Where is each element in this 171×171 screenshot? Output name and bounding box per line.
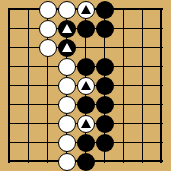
triangle-mark-icon (62, 43, 72, 52)
grid-line-vertical (8, 114, 10, 133)
intersection-e2[interactable] (76, 133, 95, 152)
intersection-g7[interactable] (114, 38, 133, 57)
white-stone (58, 58, 76, 76)
intersection-b4[interactable] (19, 95, 38, 114)
intersection-g8[interactable] (114, 19, 133, 38)
intersection-e9[interactable] (76, 0, 95, 19)
grid-line-vertical (28, 114, 29, 133)
intersection-j6[interactable] (152, 57, 171, 76)
intersection-c7[interactable] (38, 38, 57, 57)
grid-line-vertical (104, 152, 105, 163)
intersection-j1[interactable] (152, 152, 171, 171)
black-stone (77, 20, 95, 38)
intersection-c8[interactable] (38, 19, 57, 38)
grid-line-vertical (160, 133, 162, 152)
intersection-d4[interactable] (57, 95, 76, 114)
grid-line-vertical (28, 19, 29, 38)
intersection-b1[interactable] (19, 152, 38, 171)
intersection-h6[interactable] (133, 57, 152, 76)
grid-line-vertical (8, 8, 10, 19)
intersection-c3[interactable] (38, 114, 57, 133)
intersection-d1[interactable] (57, 152, 76, 171)
grid-line-vertical (8, 57, 10, 76)
white-stone (77, 1, 95, 19)
intersection-d7[interactable] (57, 38, 76, 57)
intersection-c4[interactable] (38, 95, 57, 114)
intersection-j4[interactable] (152, 95, 171, 114)
intersection-c6[interactable] (38, 57, 57, 76)
intersection-f2[interactable] (95, 133, 114, 152)
grid-line-vertical (47, 114, 48, 133)
intersection-g6[interactable] (114, 57, 133, 76)
black-stone (96, 77, 114, 95)
intersection-f1[interactable] (95, 152, 114, 171)
grid-line-vertical (123, 38, 124, 57)
intersection-b7[interactable] (19, 38, 38, 57)
intersection-j9[interactable] (152, 0, 171, 19)
grid-line-vertical (28, 76, 29, 95)
intersection-b5[interactable] (19, 76, 38, 95)
grid-line-vertical (28, 8, 29, 19)
grid-line-vertical (142, 8, 143, 19)
black-stone (96, 134, 114, 152)
grid-line-vertical (142, 152, 143, 163)
intersection-d2[interactable] (57, 133, 76, 152)
white-stone (58, 134, 76, 152)
intersection-j3[interactable] (152, 114, 171, 133)
grid-line-vertical (47, 133, 48, 152)
intersection-b3[interactable] (19, 114, 38, 133)
intersection-a7[interactable] (0, 38, 19, 57)
intersection-g5[interactable] (114, 76, 133, 95)
intersection-d9[interactable] (57, 0, 76, 19)
intersection-d6[interactable] (57, 57, 76, 76)
black-stone (77, 58, 95, 76)
white-stone (58, 77, 76, 95)
grid-line-vertical (123, 114, 124, 133)
black-stone (58, 20, 76, 38)
intersection-f9[interactable] (95, 0, 114, 19)
intersection-h8[interactable] (133, 19, 152, 38)
intersection-e4[interactable] (76, 95, 95, 114)
intersection-e7[interactable] (76, 38, 95, 57)
intersection-e6[interactable] (76, 57, 95, 76)
intersection-d5[interactable] (57, 76, 76, 95)
intersection-h3[interactable] (133, 114, 152, 133)
intersection-f4[interactable] (95, 95, 114, 114)
grid-line-vertical (8, 133, 10, 152)
grid-line-vertical (160, 38, 162, 57)
black-stone (77, 96, 95, 114)
grid-line-vertical (160, 76, 162, 95)
grid-line-vertical (8, 95, 10, 114)
intersection-j5[interactable] (152, 76, 171, 95)
intersection-f7[interactable] (95, 38, 114, 57)
intersection-b8[interactable] (19, 19, 38, 38)
grid-line-vertical (142, 38, 143, 57)
grid-line-vertical (123, 133, 124, 152)
intersection-a9[interactable] (0, 0, 19, 19)
intersection-e8[interactable] (76, 19, 95, 38)
grid-line-vertical (160, 114, 162, 133)
black-stone (77, 134, 95, 152)
intersection-h7[interactable] (133, 38, 152, 57)
intersection-a3[interactable] (0, 114, 19, 133)
grid-line-vertical (85, 38, 86, 57)
white-stone (39, 39, 57, 57)
intersection-j2[interactable] (152, 133, 171, 152)
intersection-h1[interactable] (133, 152, 152, 171)
white-stone (58, 153, 76, 171)
triangle-mark-icon (62, 24, 72, 33)
grid-line-vertical (47, 152, 48, 163)
intersection-a8[interactable] (0, 19, 19, 38)
grid-line-vertical (8, 152, 10, 163)
intersection-a2[interactable] (0, 133, 19, 152)
intersection-j7[interactable] (152, 38, 171, 57)
intersection-c5[interactable] (38, 76, 57, 95)
grid-line-vertical (47, 95, 48, 114)
grid-line-vertical (160, 152, 162, 163)
white-stone (77, 77, 95, 95)
white-stone (39, 20, 57, 38)
grid-line-vertical (123, 76, 124, 95)
grid-line-vertical (47, 57, 48, 76)
white-stone (58, 1, 76, 19)
triangle-mark-icon (81, 119, 91, 128)
intersection-f3[interactable] (95, 114, 114, 133)
black-stone (96, 115, 114, 133)
intersection-g3[interactable] (114, 114, 133, 133)
intersection-b9[interactable] (19, 0, 38, 19)
triangle-mark-icon (81, 5, 91, 14)
intersection-f8[interactable] (95, 19, 114, 38)
intersection-h2[interactable] (133, 133, 152, 152)
grid-line-vertical (142, 19, 143, 38)
intersection-a1[interactable] (0, 152, 19, 171)
grid-line-vertical (160, 95, 162, 114)
grid-line-vertical (142, 95, 143, 114)
intersection-a6[interactable] (0, 57, 19, 76)
black-stone (96, 1, 114, 19)
grid-line-vertical (123, 8, 124, 19)
intersection-c2[interactable] (38, 133, 57, 152)
grid-line-vertical (142, 57, 143, 76)
grid-line-vertical (28, 152, 29, 163)
black-stone (96, 58, 114, 76)
black-stone (96, 20, 114, 38)
go-board (0, 0, 171, 171)
intersection-g4[interactable] (114, 95, 133, 114)
grid-line-vertical (123, 19, 124, 38)
grid-line-vertical (142, 114, 143, 133)
white-stone (58, 115, 76, 133)
intersection-c1[interactable] (38, 152, 57, 171)
intersection-h9[interactable] (133, 0, 152, 19)
grid-line-vertical (28, 133, 29, 152)
grid-line-vertical (160, 8, 162, 19)
intersection-a4[interactable] (0, 95, 19, 114)
intersection-g1[interactable] (114, 152, 133, 171)
triangle-mark-icon (81, 81, 91, 90)
white-stone (77, 115, 95, 133)
grid-line-vertical (28, 38, 29, 57)
grid-line-vertical (142, 76, 143, 95)
intersection-f5[interactable] (95, 76, 114, 95)
grid-line-vertical (8, 19, 10, 38)
black-stone (77, 153, 95, 171)
black-stone (96, 96, 114, 114)
grid-line-vertical (160, 57, 162, 76)
intersection-j8[interactable] (152, 19, 171, 38)
intersection-e1[interactable] (76, 152, 95, 171)
intersection-g9[interactable] (114, 0, 133, 19)
white-stone (58, 96, 76, 114)
grid-line-vertical (123, 95, 124, 114)
intersection-d3[interactable] (57, 114, 76, 133)
intersection-b6[interactable] (19, 57, 38, 76)
grid-line-vertical (104, 38, 105, 57)
grid-line-vertical (142, 133, 143, 152)
intersection-e3[interactable] (76, 114, 95, 133)
grid-line-vertical (28, 57, 29, 76)
intersection-f6[interactable] (95, 57, 114, 76)
intersection-g2[interactable] (114, 133, 133, 152)
intersection-c9[interactable] (38, 0, 57, 19)
white-stone (39, 1, 57, 19)
grid-line-vertical (123, 152, 124, 163)
grid-line-vertical (123, 57, 124, 76)
grid-line-vertical (8, 76, 10, 95)
intersection-a5[interactable] (0, 76, 19, 95)
black-stone (58, 39, 76, 57)
grid-line-vertical (28, 95, 29, 114)
intersection-b2[interactable] (19, 133, 38, 152)
grid-line-vertical (8, 38, 10, 57)
grid-line-vertical (47, 76, 48, 95)
intersection-h5[interactable] (133, 76, 152, 95)
intersection-d8[interactable] (57, 19, 76, 38)
grid-line-vertical (160, 19, 162, 38)
intersection-h4[interactable] (133, 95, 152, 114)
intersection-e5[interactable] (76, 76, 95, 95)
